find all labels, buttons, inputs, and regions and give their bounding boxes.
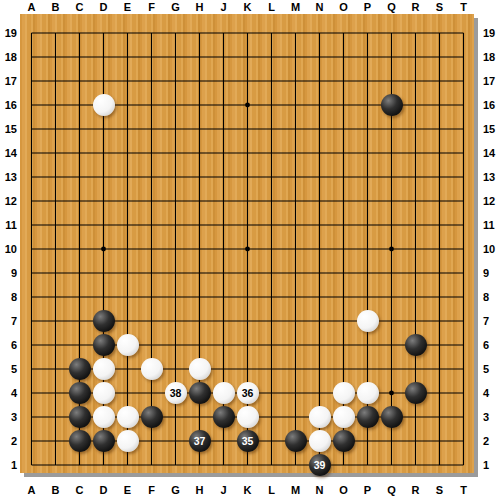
white-stone-E2 <box>117 430 139 452</box>
column-label-bottom-R: R <box>404 484 428 497</box>
row-label-left-1: 1 <box>0 458 17 472</box>
column-label-bottom-A: A <box>20 484 44 497</box>
row-label-right-6: 6 <box>483 338 500 352</box>
row-label-right-19: 19 <box>483 26 500 40</box>
column-label-bottom-G: G <box>164 484 188 497</box>
row-label-right-11: 11 <box>483 218 500 232</box>
go-diagram-page: 3836373539 AABBCCDDEEFFGGHHJJKKLLMMNNOOP… <box>0 0 500 500</box>
white-stone-F5 <box>141 358 163 380</box>
black-stone-D6 <box>93 334 115 356</box>
black-stone-N1: 39 <box>309 454 331 476</box>
black-stone-O2 <box>333 430 355 452</box>
row-label-left-13: 13 <box>0 170 17 184</box>
move-number-label: 35 <box>242 436 254 447</box>
white-stone-J4 <box>213 382 235 404</box>
white-stone-N2 <box>309 430 331 452</box>
white-stone-O3 <box>333 406 355 428</box>
row-label-left-14: 14 <box>0 146 17 160</box>
column-label-bottom-C: C <box>68 484 92 497</box>
white-stone-D4 <box>93 382 115 404</box>
move-number-label: 39 <box>314 460 326 471</box>
stones-grid: 3836373539 <box>20 21 476 477</box>
move-number-label: 37 <box>194 436 206 447</box>
row-label-left-15: 15 <box>0 122 17 136</box>
row-label-left-6: 6 <box>0 338 17 352</box>
black-stone-C4 <box>69 382 91 404</box>
column-label-bottom-Q: Q <box>380 484 404 497</box>
column-label-top-H: H <box>188 1 212 14</box>
column-label-bottom-J: J <box>212 484 236 497</box>
black-stone-M2 <box>285 430 307 452</box>
black-stone-Q3 <box>381 406 403 428</box>
row-label-right-2: 2 <box>483 434 500 448</box>
row-label-left-16: 16 <box>0 98 17 112</box>
column-label-bottom-P: P <box>356 484 380 497</box>
column-label-bottom-H: H <box>188 484 212 497</box>
column-label-bottom-T: T <box>452 484 476 497</box>
column-label-bottom-S: S <box>428 484 452 497</box>
column-label-bottom-O: O <box>332 484 356 497</box>
row-label-right-15: 15 <box>483 122 500 136</box>
white-stone-E6 <box>117 334 139 356</box>
column-label-top-N: N <box>308 1 332 14</box>
column-label-top-B: B <box>44 1 68 14</box>
column-label-top-R: R <box>404 1 428 14</box>
white-stone-K3 <box>237 406 259 428</box>
white-stone-O4 <box>333 382 355 404</box>
row-label-left-18: 18 <box>0 50 17 64</box>
black-stone-C2 <box>69 430 91 452</box>
row-label-left-9: 9 <box>0 266 17 280</box>
row-label-right-14: 14 <box>483 146 500 160</box>
column-label-top-C: C <box>68 1 92 14</box>
row-label-right-18: 18 <box>483 50 500 64</box>
row-label-left-7: 7 <box>0 314 17 328</box>
black-stone-J3 <box>213 406 235 428</box>
column-label-bottom-L: L <box>260 484 284 497</box>
row-label-left-5: 5 <box>0 362 17 376</box>
column-label-top-S: S <box>428 1 452 14</box>
move-number-label: 38 <box>170 388 182 399</box>
row-label-right-9: 9 <box>483 266 500 280</box>
black-stone-K2: 35 <box>237 430 259 452</box>
row-label-left-4: 4 <box>0 386 17 400</box>
black-stone-D2 <box>93 430 115 452</box>
move-number-label: 36 <box>242 388 254 399</box>
column-label-top-O: O <box>332 1 356 14</box>
row-label-left-8: 8 <box>0 290 17 304</box>
row-label-right-8: 8 <box>483 290 500 304</box>
black-stone-C5 <box>69 358 91 380</box>
row-label-right-16: 16 <box>483 98 500 112</box>
row-label-left-10: 10 <box>0 242 17 256</box>
white-stone-H5 <box>189 358 211 380</box>
row-label-right-3: 3 <box>483 410 500 424</box>
column-label-top-P: P <box>356 1 380 14</box>
row-label-left-11: 11 <box>0 218 17 232</box>
white-stone-D3 <box>93 406 115 428</box>
white-stone-G4: 38 <box>165 382 187 404</box>
row-label-right-17: 17 <box>483 74 500 88</box>
goban[interactable]: 3836373539 <box>20 14 474 473</box>
black-stone-H2: 37 <box>189 430 211 452</box>
column-label-top-Q: Q <box>380 1 404 14</box>
row-label-right-10: 10 <box>483 242 500 256</box>
column-label-top-A: A <box>20 1 44 14</box>
row-label-left-3: 3 <box>0 410 17 424</box>
column-label-top-M: M <box>284 1 308 14</box>
column-label-top-E: E <box>116 1 140 14</box>
white-stone-E3 <box>117 406 139 428</box>
column-label-top-K: K <box>236 1 260 14</box>
black-stone-P3 <box>357 406 379 428</box>
white-stone-D5 <box>93 358 115 380</box>
column-label-bottom-K: K <box>236 484 260 497</box>
row-label-right-4: 4 <box>483 386 500 400</box>
row-label-right-13: 13 <box>483 170 500 184</box>
black-stone-F3 <box>141 406 163 428</box>
row-label-right-12: 12 <box>483 194 500 208</box>
row-label-left-2: 2 <box>0 434 17 448</box>
column-label-top-L: L <box>260 1 284 14</box>
black-stone-D7 <box>93 310 115 332</box>
column-label-top-F: F <box>140 1 164 14</box>
column-label-bottom-E: E <box>116 484 140 497</box>
black-stone-C3 <box>69 406 91 428</box>
row-label-right-1: 1 <box>483 458 500 472</box>
row-label-left-12: 12 <box>0 194 17 208</box>
row-label-left-17: 17 <box>0 74 17 88</box>
white-stone-N3 <box>309 406 331 428</box>
column-label-top-G: G <box>164 1 188 14</box>
row-label-right-7: 7 <box>483 314 500 328</box>
column-label-bottom-N: N <box>308 484 332 497</box>
white-stone-K4: 36 <box>237 382 259 404</box>
black-stone-H4 <box>189 382 211 404</box>
white-stone-P4 <box>357 382 379 404</box>
black-stone-R4 <box>405 382 427 404</box>
white-stone-P7 <box>357 310 379 332</box>
column-label-bottom-D: D <box>92 484 116 497</box>
black-stone-R6 <box>405 334 427 356</box>
column-label-bottom-F: F <box>140 484 164 497</box>
column-label-top-D: D <box>92 1 116 14</box>
white-stone-D16 <box>93 94 115 116</box>
row-label-left-19: 19 <box>0 26 17 40</box>
column-label-top-T: T <box>452 1 476 14</box>
column-label-top-J: J <box>212 1 236 14</box>
column-label-bottom-B: B <box>44 484 68 497</box>
column-label-bottom-M: M <box>284 484 308 497</box>
black-stone-Q16 <box>381 94 403 116</box>
row-label-right-5: 5 <box>483 362 500 376</box>
